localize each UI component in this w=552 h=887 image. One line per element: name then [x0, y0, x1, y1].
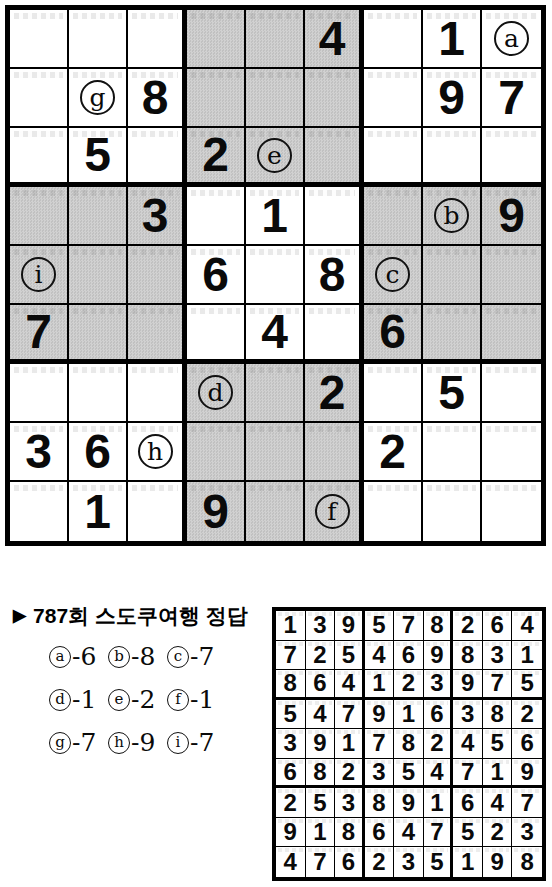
solution-digit: 2 — [430, 731, 443, 755]
circled-letter-e: e — [257, 138, 292, 173]
answer-value: -1 — [72, 685, 96, 714]
solution-cell-r3c8: 7 — [483, 670, 513, 700]
puzzle-cell-r5c3 — [128, 246, 187, 305]
puzzle-cell-r6c7: 6 — [364, 305, 423, 364]
solution-cell-r6c1: 6 — [276, 759, 306, 789]
puzzle-cell-r2c4 — [187, 69, 246, 128]
answer-value: -2 — [131, 685, 155, 714]
newspaper-sudoku-page: 41ag89752e31b9i68c746d2536h219f ▶ 787회 스… — [0, 0, 552, 887]
bullet-arrow-icon: ▶ — [13, 603, 26, 629]
solution-digit: 1 — [461, 850, 474, 874]
solution-digit: 7 — [430, 820, 443, 844]
answer-key-list: a-6b-8c-7d-1e-2f-1g-7h-9i-7 — [49, 642, 226, 757]
answers-title-text: 787회 스도쿠여행 정답 — [33, 603, 248, 629]
puzzle-cell-r9c3 — [128, 482, 187, 541]
solution-digit: 6 — [402, 643, 415, 667]
solution-digit: 8 — [372, 791, 385, 815]
solution-cell-r8c3: 8 — [335, 818, 365, 848]
answer-item-g: g-7 — [49, 728, 108, 757]
solution-digit: 9 — [402, 791, 415, 815]
given-digit: 8 — [142, 74, 169, 122]
answer-value: -8 — [131, 642, 155, 671]
puzzle-cell-r1c3 — [128, 10, 187, 69]
solution-cell-r1c7: 2 — [453, 611, 483, 641]
given-digit: 6 — [84, 428, 111, 476]
puzzle-cell-r3c2: 5 — [69, 128, 128, 187]
solution-cell-r4c9: 2 — [512, 700, 542, 730]
solution-cell-r9c1: 4 — [276, 847, 306, 877]
solution-digit: 5 — [490, 731, 503, 755]
solution-cell-r8c5: 4 — [394, 818, 424, 848]
solution-cell-r4c7: 3 — [453, 700, 483, 730]
solution-cell-r8c7: 5 — [453, 818, 483, 848]
puzzle-cell-r9c9 — [482, 482, 541, 541]
puzzle-cell-r9c1 — [10, 482, 69, 541]
given-digit: 1 — [84, 488, 111, 536]
puzzle-cell-r9c4: 9 — [187, 482, 246, 541]
solution-digit: 4 — [521, 613, 534, 637]
solution-cell-r7c8: 4 — [483, 788, 513, 818]
solution-cell-r6c7: 7 — [453, 759, 483, 789]
solution-cell-r8c9: 3 — [512, 818, 542, 848]
solution-digit: 7 — [402, 613, 415, 637]
solution-digit: 1 — [342, 731, 355, 755]
solution-digit: 8 — [430, 613, 443, 637]
solution-cell-r5c8: 5 — [483, 729, 513, 759]
solution-cell-r3c3: 4 — [335, 670, 365, 700]
puzzle-cell-r9c8 — [423, 482, 482, 541]
solution-digit: 1 — [284, 613, 297, 637]
solution-digit: 5 — [372, 613, 385, 637]
given-digit: 1 — [261, 192, 288, 240]
solution-cell-r3c7: 9 — [453, 670, 483, 700]
puzzle-cell-r2c7 — [364, 69, 423, 128]
solution-cell-r5c7: 4 — [453, 729, 483, 759]
solution-digit: 1 — [521, 643, 534, 667]
solution-cell-r4c1: 5 — [276, 700, 306, 730]
puzzle-cell-r1c9: a — [482, 10, 541, 69]
solution-digit: 6 — [430, 702, 443, 726]
circled-letter-h: h — [138, 434, 173, 469]
solution-cell-r5c1: 3 — [276, 729, 306, 759]
answer-item-d: d-1 — [49, 685, 108, 714]
given-digit: 3 — [25, 428, 52, 476]
answer-value: -1 — [190, 685, 214, 714]
puzzle-cell-r7c8: 5 — [423, 364, 482, 423]
solution-cell-r1c3: 9 — [335, 611, 365, 641]
solution-digit: 1 — [372, 671, 385, 695]
solution-cell-r4c2: 4 — [306, 700, 336, 730]
circled-letter-b: b — [434, 198, 469, 233]
puzzle-cell-r1c6: 4 — [305, 10, 364, 69]
solution-digit: 1 — [430, 791, 443, 815]
given-digit: 3 — [142, 192, 169, 240]
given-digit: 4 — [319, 15, 346, 63]
solution-digit: 6 — [461, 791, 474, 815]
solution-digit: 6 — [313, 671, 326, 695]
answer-item-e: e-2 — [108, 685, 167, 714]
puzzle-cell-r3c6 — [305, 128, 364, 187]
circled-letter-i: i — [21, 257, 56, 292]
solution-digit: 3 — [490, 643, 503, 667]
solution-cell-r9c3: 6 — [335, 847, 365, 877]
circled-letter-h: h — [108, 732, 130, 754]
solution-cell-r3c4: 1 — [365, 670, 395, 700]
puzzle-cell-r7c6: 2 — [305, 364, 364, 423]
circled-letter-c: c — [375, 257, 410, 292]
solution-cell-r8c6: 7 — [424, 818, 454, 848]
solution-digit: 5 — [284, 702, 297, 726]
given-digit: 2 — [202, 131, 229, 179]
solution-cell-r2c2: 2 — [306, 641, 336, 671]
puzzle-cell-r2c2: g — [69, 69, 128, 128]
answer-value: -7 — [190, 728, 214, 757]
puzzle-cell-r1c8: 1 — [423, 10, 482, 69]
solution-digit: 5 — [461, 820, 474, 844]
solution-digit: 4 — [342, 671, 355, 695]
puzzle-cell-r8c8 — [423, 423, 482, 482]
puzzle-cell-r8c9 — [482, 423, 541, 482]
puzzle-cell-r9c5 — [246, 482, 305, 541]
puzzle-cell-r4c2 — [69, 187, 128, 246]
solution-cell-r5c9: 6 — [512, 729, 542, 759]
puzzle-cell-r1c7 — [364, 10, 423, 69]
solution-cell-r4c6: 6 — [424, 700, 454, 730]
solution-digit: 8 — [402, 731, 415, 755]
solution-cell-r7c6: 1 — [424, 788, 454, 818]
solution-cell-r9c6: 5 — [424, 847, 454, 877]
solution-cell-r1c1: 1 — [276, 611, 306, 641]
answer-value: -7 — [72, 728, 96, 757]
solution-cell-r6c6: 4 — [424, 759, 454, 789]
given-digit: 9 — [202, 488, 229, 536]
circled-letter-f: f — [167, 689, 189, 711]
puzzle-cell-r5c6: 8 — [305, 246, 364, 305]
solution-cell-r9c2: 7 — [306, 847, 336, 877]
solution-cell-r4c8: 8 — [483, 700, 513, 730]
puzzle-cell-r7c3 — [128, 364, 187, 423]
solution-digit: 3 — [313, 613, 326, 637]
puzzle-cell-r6c4 — [187, 305, 246, 364]
solution-cell-r5c4: 7 — [365, 729, 395, 759]
solution-cell-r4c3: 7 — [335, 700, 365, 730]
solution-cell-r2c8: 3 — [483, 641, 513, 671]
solution-digit: 6 — [372, 820, 385, 844]
solution-cell-r1c6: 8 — [424, 611, 454, 641]
puzzle-cell-r6c8 — [423, 305, 482, 364]
puzzle-cell-r9c7 — [364, 482, 423, 541]
puzzle-cell-r8c4 — [187, 423, 246, 482]
puzzle-cell-r4c3: 3 — [128, 187, 187, 246]
solution-cell-r8c8: 2 — [483, 818, 513, 848]
solution-cell-r2c3: 5 — [335, 641, 365, 671]
puzzle-cell-r8c1: 3 — [10, 423, 69, 482]
solution-digit: 2 — [402, 671, 415, 695]
solution-digit: 4 — [284, 850, 297, 874]
given-digit: 5 — [438, 369, 465, 417]
solution-cell-r1c5: 7 — [394, 611, 424, 641]
puzzle-cell-r8c2: 6 — [69, 423, 128, 482]
solution-digit: 1 — [313, 820, 326, 844]
puzzle-cell-r4c6 — [305, 187, 364, 246]
puzzle-cell-r2c8: 9 — [423, 69, 482, 128]
solution-digit: 5 — [342, 643, 355, 667]
puzzle-cell-r6c2 — [69, 305, 128, 364]
solution-cell-r9c5: 3 — [394, 847, 424, 877]
puzzle-cell-r2c9: 7 — [482, 69, 541, 128]
solution-digit: 4 — [490, 791, 503, 815]
puzzle-cell-r2c1 — [10, 69, 69, 128]
puzzle-cell-r3c4: 2 — [187, 128, 246, 187]
answer-item-h: h-9 — [108, 728, 167, 757]
solution-digit: 5 — [521, 671, 534, 695]
solution-digit: 9 — [372, 702, 385, 726]
puzzle-cell-r6c3 — [128, 305, 187, 364]
solution-digit: 2 — [342, 760, 355, 784]
solution-digit: 6 — [490, 613, 503, 637]
answer-item-i: i-7 — [167, 728, 226, 757]
puzzle-cell-r5c5 — [246, 246, 305, 305]
puzzle-cell-r7c4: d — [187, 364, 246, 423]
solution-cell-r1c9: 4 — [512, 611, 542, 641]
solution-cell-r9c8: 9 — [483, 847, 513, 877]
solution-cell-r1c2: 3 — [306, 611, 336, 641]
solution-cell-r6c5: 5 — [394, 759, 424, 789]
circled-letter-f: f — [315, 494, 350, 529]
puzzle-cell-r1c5 — [246, 10, 305, 69]
solution-digit: 9 — [490, 850, 503, 874]
solution-cell-r2c4: 4 — [365, 641, 395, 671]
circled-letter-c: c — [167, 646, 189, 668]
solution-digit: 2 — [284, 791, 297, 815]
puzzle-cell-r8c5 — [246, 423, 305, 482]
circled-letter-e: e — [108, 689, 130, 711]
solution-digit: 7 — [490, 671, 503, 695]
solution-cell-r6c4: 3 — [365, 759, 395, 789]
solution-digit: 9 — [342, 613, 355, 637]
puzzle-cell-r4c8: b — [423, 187, 482, 246]
solution-digit: 7 — [372, 731, 385, 755]
solution-digit: 6 — [284, 760, 297, 784]
solution-cell-r9c4: 2 — [365, 847, 395, 877]
solution-digit: 3 — [342, 791, 355, 815]
solution-cell-r7c2: 5 — [306, 788, 336, 818]
solution-digit: 8 — [521, 850, 534, 874]
circled-letter-a: a — [494, 21, 529, 56]
puzzle-cell-r7c7 — [364, 364, 423, 423]
puzzle-cell-r5c7: c — [364, 246, 423, 305]
solution-digit: 8 — [284, 671, 297, 695]
answer-value: -7 — [190, 642, 214, 671]
solution-digit: 8 — [461, 643, 474, 667]
solution-digit: 1 — [402, 702, 415, 726]
puzzle-cell-r7c2 — [69, 364, 128, 423]
solution-cell-r9c9: 8 — [512, 847, 542, 877]
puzzle-cell-r1c1 — [10, 10, 69, 69]
solution-cell-r7c3: 3 — [335, 788, 365, 818]
answer-item-c: c-7 — [167, 642, 226, 671]
solution-digit: 9 — [284, 820, 297, 844]
given-digit: 7 — [25, 308, 52, 356]
given-digit: 9 — [498, 192, 525, 240]
puzzle-cell-r7c1 — [10, 364, 69, 423]
puzzle-cell-r8c6 — [305, 423, 364, 482]
puzzle-cell-r2c6 — [305, 69, 364, 128]
solution-digit: 8 — [342, 820, 355, 844]
solution-cell-r7c1: 2 — [276, 788, 306, 818]
solution-digit: 3 — [372, 760, 385, 784]
solution-digit: 7 — [342, 702, 355, 726]
solution-digit: 4 — [461, 731, 474, 755]
puzzle-cell-r5c1: i — [10, 246, 69, 305]
solution-digit: 4 — [402, 820, 415, 844]
puzzle-cell-r8c3: h — [128, 423, 187, 482]
puzzle-cell-r1c4 — [187, 10, 246, 69]
puzzle-cell-r7c9 — [482, 364, 541, 423]
solution-cell-r5c3: 1 — [335, 729, 365, 759]
solution-digit: 2 — [490, 820, 503, 844]
solution-digit: 3 — [461, 702, 474, 726]
solution-cell-r5c6: 2 — [424, 729, 454, 759]
solution-digit: 8 — [490, 702, 503, 726]
puzzle-cell-r3c1 — [10, 128, 69, 187]
solution-digit: 9 — [521, 760, 534, 784]
circled-letter-a: a — [49, 646, 71, 668]
puzzle-cell-r5c9 — [482, 246, 541, 305]
circled-letter-b: b — [108, 646, 130, 668]
puzzle-cell-r3c9 — [482, 128, 541, 187]
solution-grid: 1395782647254698318641239755479163823917… — [272, 607, 546, 881]
solution-cell-r6c9: 9 — [512, 759, 542, 789]
puzzle-grid: 41ag89752e31b9i68c746d2536h219f — [5, 5, 546, 546]
solution-digit: 5 — [430, 850, 443, 874]
answer-value: -9 — [131, 728, 155, 757]
solution-cell-r4c4: 9 — [365, 700, 395, 730]
puzzle-cell-r4c5: 1 — [246, 187, 305, 246]
circled-letter-g: g — [49, 732, 71, 754]
solution-cell-r6c2: 8 — [306, 759, 336, 789]
answer-item-b: b-8 — [108, 642, 167, 671]
given-digit: 9 — [438, 74, 465, 122]
answer-item-f: f-1 — [167, 685, 226, 714]
given-digit: 6 — [202, 251, 229, 299]
solution-cell-r2c5: 6 — [394, 641, 424, 671]
solution-digit: 2 — [313, 643, 326, 667]
circled-letter-i: i — [167, 732, 189, 754]
solution-cell-r5c5: 8 — [394, 729, 424, 759]
solution-digit: 2 — [521, 702, 534, 726]
puzzle-cell-r4c4 — [187, 187, 246, 246]
solution-digit: 7 — [461, 760, 474, 784]
answers-title: ▶ 787회 스도쿠여행 정답 — [13, 603, 248, 629]
solution-digit: 8 — [313, 760, 326, 784]
puzzle-cell-r2c5 — [246, 69, 305, 128]
solution-digit: 4 — [313, 702, 326, 726]
puzzle-cell-r3c7 — [364, 128, 423, 187]
solution-digit: 7 — [521, 791, 534, 815]
given-digit: 5 — [84, 131, 111, 179]
solution-cell-r2c7: 8 — [453, 641, 483, 671]
puzzle-cell-r8c7: 2 — [364, 423, 423, 482]
solution-cell-r1c4: 5 — [365, 611, 395, 641]
solution-cell-r6c8: 1 — [483, 759, 513, 789]
solution-digit: 6 — [342, 850, 355, 874]
solution-cell-r2c6: 9 — [424, 641, 454, 671]
solution-digit: 5 — [402, 760, 415, 784]
puzzle-cell-r7c5 — [246, 364, 305, 423]
solution-digit: 1 — [490, 760, 503, 784]
puzzle-cell-r4c7 — [364, 187, 423, 246]
solution-digit: 3 — [284, 731, 297, 755]
solution-digit: 5 — [313, 791, 326, 815]
solution-cell-r9c7: 1 — [453, 847, 483, 877]
given-digit: 6 — [379, 308, 406, 356]
puzzle-cell-r6c5: 4 — [246, 305, 305, 364]
solution-cell-r8c2: 1 — [306, 818, 336, 848]
solution-cell-r3c2: 6 — [306, 670, 336, 700]
solution-digit: 7 — [313, 850, 326, 874]
solution-digit: 4 — [372, 643, 385, 667]
puzzle-cell-r3c3 — [128, 128, 187, 187]
puzzle-cell-r4c9: 9 — [482, 187, 541, 246]
puzzle-cell-r9c2: 1 — [69, 482, 128, 541]
solution-digit: 4 — [430, 760, 443, 784]
solution-cell-r7c5: 9 — [394, 788, 424, 818]
puzzle-cell-r5c2 — [69, 246, 128, 305]
puzzle-cell-r2c3: 8 — [128, 69, 187, 128]
puzzle-cell-r6c9 — [482, 305, 541, 364]
given-digit: 8 — [319, 251, 346, 299]
solution-cell-r7c4: 8 — [365, 788, 395, 818]
puzzle-cell-r6c1: 7 — [10, 305, 69, 364]
given-digit: 7 — [498, 74, 525, 122]
answer-item-a: a-6 — [49, 642, 108, 671]
answer-value: -6 — [72, 642, 96, 671]
solution-cell-r2c1: 7 — [276, 641, 306, 671]
solution-digit: 3 — [521, 820, 534, 844]
solution-digit: 3 — [402, 850, 415, 874]
given-digit: 4 — [261, 308, 288, 356]
solution-digit: 2 — [461, 613, 474, 637]
puzzle-cell-r6c6 — [305, 305, 364, 364]
solution-digit: 2 — [372, 850, 385, 874]
circled-letter-d: d — [49, 689, 71, 711]
solution-cell-r6c3: 2 — [335, 759, 365, 789]
solution-digit: 9 — [461, 671, 474, 695]
puzzle-cell-r5c4: 6 — [187, 246, 246, 305]
puzzle-cell-r9c6: f — [305, 482, 364, 541]
solution-cell-r3c5: 2 — [394, 670, 424, 700]
solution-cell-r8c4: 6 — [365, 818, 395, 848]
given-digit: 2 — [379, 428, 406, 476]
solution-cell-r5c2: 9 — [306, 729, 336, 759]
solution-cell-r3c9: 5 — [512, 670, 542, 700]
solution-cell-r3c6: 3 — [424, 670, 454, 700]
solution-digit: 3 — [430, 671, 443, 695]
given-digit: 1 — [438, 15, 465, 63]
solution-digit: 9 — [313, 731, 326, 755]
puzzle-cell-r3c5: e — [246, 128, 305, 187]
solution-cell-r7c9: 7 — [512, 788, 542, 818]
puzzle-cell-r1c2 — [69, 10, 128, 69]
solution-digit: 9 — [430, 643, 443, 667]
solution-cell-r2c9: 1 — [512, 641, 542, 671]
solution-digit: 7 — [284, 643, 297, 667]
solution-cell-r1c8: 6 — [483, 611, 513, 641]
solution-cell-r3c1: 8 — [276, 670, 306, 700]
solution-digit: 6 — [521, 731, 534, 755]
circled-letter-g: g — [80, 80, 115, 115]
